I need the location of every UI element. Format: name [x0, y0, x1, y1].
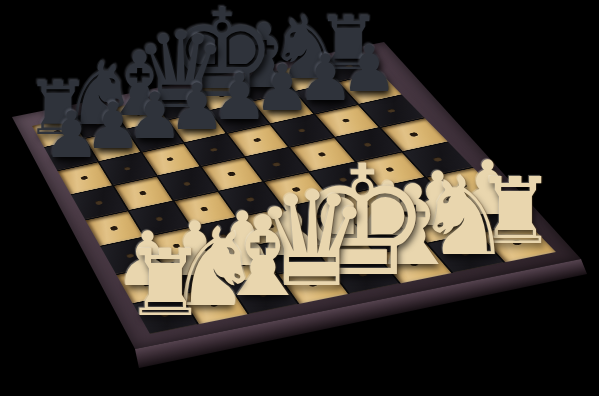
- pieces-layer: ♜♞♝♛♚♝♞♜♟♟♟♟♟♟♟♟♟♟♟♟♟♟♟♟♜♞♝♛♚♝♞♜: [0, 0, 599, 396]
- piece-white-rook-a1: ♜: [124, 237, 206, 329]
- piece-black-pawn-a7: ♟: [43, 103, 100, 167]
- chess-photo-canvas: ♜♞♝♛♚♝♞♜♟♟♟♟♟♟♟♟♟♟♟♟♟♟♟♟♜♞♝♛♚♝♞♜: [0, 0, 599, 396]
